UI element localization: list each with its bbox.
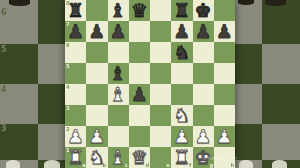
square-d4[interactable]: ♟: [129, 84, 150, 105]
square-a6[interactable]: 6: [65, 42, 86, 63]
square-d8[interactable]: ♛: [129, 0, 150, 21]
piece-black-pawn[interactable]: ♟: [88, 21, 105, 42]
blurred-piece-fragment: [9, 0, 30, 6]
square-d2[interactable]: [129, 126, 150, 147]
square-a5[interactable]: 5: [65, 63, 86, 84]
background-blur-right: [235, 0, 300, 168]
square-b4[interactable]: [86, 84, 107, 105]
piece-black-pawn[interactable]: ♟: [67, 21, 84, 42]
square-b6[interactable]: [86, 42, 107, 63]
piece-white-pawn[interactable]: ♟: [173, 126, 190, 147]
piece-black-rook[interactable]: ♜: [67, 0, 84, 21]
piece-white-pawn[interactable]: ♟: [67, 126, 84, 147]
square-b8[interactable]: [86, 0, 107, 21]
square-f6[interactable]: ♞: [171, 42, 192, 63]
piece-white-pawn[interactable]: ♟: [216, 126, 233, 147]
square-c8[interactable]: ♝: [108, 0, 129, 21]
square-h6[interactable]: [214, 42, 235, 63]
piece-black-pawn[interactable]: ♟: [216, 21, 233, 42]
blurred-piece-fragment: [238, 0, 254, 5]
blurred-piece-fragment: [6, 160, 20, 168]
bg-square: [38, 44, 65, 84]
square-g5[interactable]: [193, 63, 214, 84]
square-h2[interactable]: ♟: [214, 126, 235, 147]
bg-square: [262, 0, 300, 44]
square-h7[interactable]: ♟: [214, 21, 235, 42]
square-f7[interactable]: ♟: [171, 21, 192, 42]
square-c1[interactable]: c♝: [108, 147, 129, 168]
square-e6[interactable]: [150, 42, 171, 63]
bg-square: [262, 84, 300, 124]
bg-square: [262, 44, 300, 84]
bg-square: [0, 0, 38, 44]
square-g8[interactable]: ♚: [193, 0, 214, 21]
square-a3[interactable]: 3: [65, 105, 86, 126]
rank-label: 5: [66, 64, 70, 69]
bg-rank-label: 4: [1, 86, 7, 94]
background-blur-left: [0, 0, 65, 168]
square-g7[interactable]: ♟: [193, 21, 214, 42]
square-b5[interactable]: [86, 63, 107, 84]
piece-black-pawn[interactable]: ♟: [110, 21, 127, 42]
square-d7[interactable]: [129, 21, 150, 42]
square-g6[interactable]: [193, 42, 214, 63]
file-label: h: [230, 162, 234, 167]
watermark: chess.com: [204, 155, 224, 161]
file-label: e: [167, 162, 171, 167]
square-b1[interactable]: b♞: [86, 147, 107, 168]
piece-black-pawn[interactable]: ♟: [173, 21, 190, 42]
rank-label: 4: [66, 85, 70, 90]
piece-black-queen[interactable]: ♛: [131, 0, 148, 21]
square-b7[interactable]: ♟: [86, 21, 107, 42]
bg-square: [38, 0, 65, 44]
square-h4[interactable]: [214, 84, 235, 105]
square-d5[interactable]: [129, 63, 150, 84]
piece-white-bishop[interactable]: ♝: [110, 84, 127, 105]
square-c3[interactable]: [108, 105, 129, 126]
blurred-piece-fragment: [272, 160, 287, 168]
piece-white-queen[interactable]: ♛: [131, 147, 148, 168]
square-a8[interactable]: 8♜: [65, 0, 86, 21]
piece-black-pawn[interactable]: ♟: [131, 84, 148, 105]
bg-square: [38, 124, 65, 160]
square-f4[interactable]: [171, 84, 192, 105]
piece-white-pawn[interactable]: ♟: [88, 126, 105, 147]
square-c6[interactable]: [108, 42, 129, 63]
piece-white-rook[interactable]: ♜: [67, 147, 84, 168]
square-f3[interactable]: ♞: [171, 105, 192, 126]
piece-black-king[interactable]: ♚: [195, 0, 212, 21]
square-a7[interactable]: 7♟: [65, 21, 86, 42]
blurred-piece-fragment: [44, 160, 60, 168]
piece-white-knight[interactable]: ♞: [173, 105, 190, 126]
square-b2[interactable]: ♟: [86, 126, 107, 147]
square-c2[interactable]: [108, 126, 129, 147]
square-g3[interactable]: [193, 105, 214, 126]
square-a1[interactable]: 1a♜: [65, 147, 86, 168]
square-e5[interactable]: [150, 63, 171, 84]
bg-square: [38, 84, 65, 124]
bg-square: [235, 124, 262, 160]
square-b3[interactable]: [86, 105, 107, 126]
square-f1[interactable]: f♜: [171, 147, 192, 168]
square-e3[interactable]: [150, 105, 171, 126]
chess-board[interactable]: 8♜♝♛♜♚7♟♟♟♟♟♟6♞5♝4♝♟3♞2♟♟♟♟♟1a♜b♞c♝d♛ef♜…: [65, 0, 235, 168]
square-a4[interactable]: 4: [65, 84, 86, 105]
square-f2[interactable]: ♟: [171, 126, 192, 147]
rank-label: 3: [66, 106, 70, 111]
piece-white-rook[interactable]: ♜: [173, 147, 190, 168]
square-g2[interactable]: ♟: [193, 126, 214, 147]
square-h8[interactable]: [214, 0, 235, 21]
bg-square: [235, 84, 262, 124]
bg-square: [235, 0, 262, 44]
square-e2[interactable]: [150, 126, 171, 147]
square-e1[interactable]: e: [150, 147, 171, 168]
square-g4[interactable]: [193, 84, 214, 105]
square-d6[interactable]: [129, 42, 150, 63]
piece-black-knight[interactable]: ♞: [173, 42, 190, 63]
bg-square: [235, 44, 262, 84]
piece-white-bishop[interactable]: ♝: [110, 147, 127, 168]
square-e4[interactable]: [150, 84, 171, 105]
square-c4[interactable]: ♝: [108, 84, 129, 105]
square-e7[interactable]: [150, 21, 171, 42]
square-d3[interactable]: [129, 105, 150, 126]
blurred-piece-fragment: [265, 0, 286, 6]
square-c5[interactable]: ♝: [108, 63, 129, 84]
square-f5[interactable]: [171, 63, 192, 84]
square-f8[interactable]: ♜: [171, 0, 192, 21]
square-c7[interactable]: ♟: [108, 21, 129, 42]
bg-rank-label: 3: [1, 125, 7, 133]
square-a2[interactable]: 2♟: [65, 126, 86, 147]
piece-black-rook[interactable]: ♜: [173, 0, 190, 21]
piece-black-pawn[interactable]: ♟: [195, 21, 212, 42]
piece-white-pawn[interactable]: ♟: [195, 126, 212, 147]
video-frame: 6 5 4 3 8♜♝♛♜♚7♟♟♟♟♟♟6♞5♝4♝♟3♞2♟♟♟♟♟1a♜b…: [0, 0, 300, 168]
square-d1[interactable]: d♛: [129, 147, 150, 168]
square-e8[interactable]: [150, 0, 171, 21]
piece-black-bishop[interactable]: ♝: [110, 63, 127, 84]
blurred-piece-fragment: [239, 160, 253, 168]
square-h3[interactable]: [214, 105, 235, 126]
square-h5[interactable]: [214, 63, 235, 84]
bg-rank-label: 6: [1, 9, 7, 17]
rank-label: 6: [66, 43, 70, 48]
bg-rank-label: 5: [1, 46, 7, 54]
piece-white-knight[interactable]: ♞: [88, 147, 105, 168]
piece-black-bishop[interactable]: ♝: [110, 0, 127, 21]
bg-square: [262, 124, 300, 160]
